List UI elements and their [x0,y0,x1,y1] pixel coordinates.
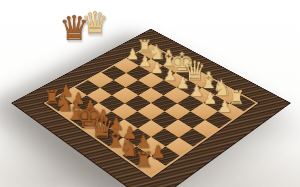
board-maple-inlay-border: ♜♞♝♚♛♝♞♜♟♟♟♟♟♟♟♟♟♟♟♟♟♟♟♟♜♞♝♚♛♝♞♜ [42,43,260,179]
rosewood-rook[interactable]: ♜ [134,149,153,170]
board-frame-tiger-ebony: ♜♞♝♚♛♝♞♜♟♟♟♟♟♟♟♟♟♟♟♟♟♟♟♟♜♞♝♚♛♝♞♜ [11,29,291,187]
chess-board: ♜♞♝♚♛♝♞♜♟♟♟♟♟♟♟♟♟♟♟♟♟♟♟♟♜♞♝♚♛♝♞♜ [11,29,291,187]
square-r3c6[interactable] [178,111,205,128]
boxwood-pawn[interactable]: ♟ [150,61,164,76]
square-r6c7[interactable]: ♟ [151,146,180,165]
board-grid: ♜♞♝♚♛♝♞♜♟♟♟♟♟♟♟♟♟♟♟♟♟♟♟♟♜♞♝♚♛♝♞♜ [46,46,255,176]
chess-set-photo-scene: ♜♞♝♚♛♝♞♜♟♟♟♟♟♟♟♟♟♟♟♟♟♟♟♟♜♞♝♚♛♝♞♜ ♛ ♛ [0,0,300,187]
boxwood-pawn[interactable]: ♟ [217,99,232,115]
boxwood-pawn[interactable]: ♟ [203,91,217,107]
boxwood-pawn[interactable]: ♟ [163,68,177,83]
boxwood-pawn[interactable]: ♟ [189,83,203,99]
extra-queen-boxwood[interactable]: ♛ [81,8,109,39]
boxwood-pawn[interactable]: ♟ [176,76,190,92]
square-r5c7[interactable] [165,137,193,156]
